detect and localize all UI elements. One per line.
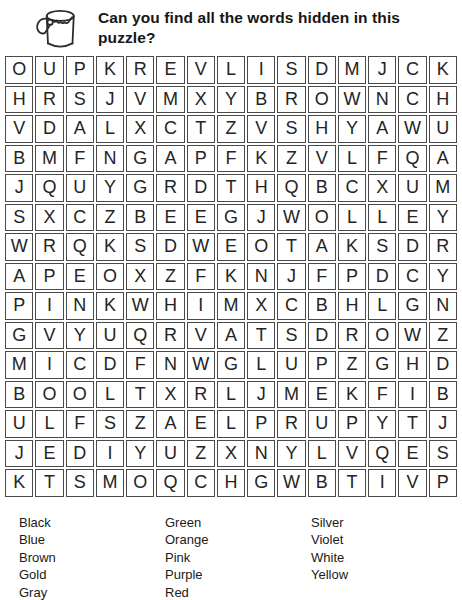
grid-cell-r2c10[interactable]: R — [277, 86, 305, 114]
grid-cell-r4c11[interactable]: V — [308, 145, 336, 173]
grid-cell-r7c12[interactable]: K — [338, 233, 366, 261]
grid-cell-r7c3[interactable]: Q — [66, 233, 94, 261]
grid-cell-r12c3[interactable]: O — [66, 381, 94, 409]
grid-cell-r2c4[interactable]: J — [96, 86, 124, 114]
grid-cell-r1c11[interactable]: D — [308, 56, 336, 84]
grid-cell-r11c3[interactable]: C — [66, 351, 94, 379]
grid-cell-r5c7[interactable]: D — [187, 174, 215, 202]
grid-cell-r10c5[interactable]: Q — [126, 322, 154, 350]
grid-cell-r3c11[interactable]: H — [308, 115, 336, 143]
grid-cell-r12c14[interactable]: I — [398, 381, 426, 409]
grid-cell-r3c10[interactable]: S — [277, 115, 305, 143]
grid-cell-r11c4[interactable]: D — [96, 351, 124, 379]
grid-cell-r12c4[interactable]: L — [96, 381, 124, 409]
grid-cell-r9c2[interactable]: I — [35, 292, 63, 320]
grid-cell-r6c1[interactable]: S — [5, 204, 33, 232]
grid-cell-r4c14[interactable]: Q — [398, 145, 426, 173]
grid-cell-r5c13[interactable]: X — [368, 174, 396, 202]
grid-cell-r15c2[interactable]: T — [35, 469, 63, 497]
grid-cell-r4c2[interactable]: M — [35, 145, 63, 173]
grid-cell-r8c11[interactable]: F — [308, 263, 336, 291]
grid-cell-r14c2[interactable]: E — [35, 440, 63, 468]
grid-cell-r13c2[interactable]: L — [35, 410, 63, 438]
grid-cell-r7c11[interactable]: A — [308, 233, 336, 261]
grid-cell-r4c15[interactable]: A — [429, 145, 457, 173]
grid-cell-r13c13[interactable]: Y — [368, 410, 396, 438]
grid-cell-r14c9[interactable]: N — [247, 440, 275, 468]
grid-cell-r7c6[interactable]: D — [156, 233, 184, 261]
grid-cell-r1c3[interactable]: P — [66, 56, 94, 84]
grid-cell-r4c1[interactable]: B — [5, 145, 33, 173]
grid-cell-r12c5[interactable]: T — [126, 381, 154, 409]
grid-cell-r1c10[interactable]: S — [277, 56, 305, 84]
grid-cell-r2c9[interactable]: B — [247, 86, 275, 114]
grid-cell-r3c3[interactable]: A — [66, 115, 94, 143]
word-item-green: Green — [165, 514, 311, 532]
grid-cell-r13c4[interactable]: S — [96, 410, 124, 438]
worksheet-page: Can you find all the words hidden in thi… — [0, 0, 462, 600]
word-list-column: BlackBlueBrownGoldGray — [19, 514, 165, 600]
grid-cell-r10c7[interactable]: V — [187, 322, 215, 350]
grid-cell-r8c3[interactable]: E — [66, 263, 94, 291]
grid-cell-r9c13[interactable]: L — [368, 292, 396, 320]
grid-cell-r8c8[interactable]: K — [217, 263, 245, 291]
word-item-purple: Purple — [165, 566, 311, 584]
grid-cell-r9c9[interactable]: X — [247, 292, 275, 320]
grid-cell-r7c13[interactable]: S — [368, 233, 396, 261]
word-item-gray: Gray — [19, 584, 165, 600]
grid-cell-r4c12[interactable]: L — [338, 145, 366, 173]
word-list-column: SilverVioletWhiteYellow — [311, 514, 348, 600]
grid-cell-r15c3[interactable]: S — [66, 469, 94, 497]
grid-cell-r15c15[interactable]: P — [429, 469, 457, 497]
grid-cell-r8c5[interactable]: X — [126, 263, 154, 291]
puzzle-title: Can you find all the words hidden in thi… — [98, 8, 430, 49]
grid-cell-r13c11[interactable]: U — [308, 410, 336, 438]
grid-cell-r15c12[interactable]: T — [338, 469, 366, 497]
grid-cell-r1c13[interactable]: J — [368, 56, 396, 84]
grid-cell-r1c7[interactable]: V — [187, 56, 215, 84]
grid-cell-r7c10[interactable]: T — [277, 233, 305, 261]
grid-cell-r5c11[interactable]: B — [308, 174, 336, 202]
grid-cell-r15c14[interactable]: V — [398, 469, 426, 497]
grid-cell-r15c7[interactable]: C — [187, 469, 215, 497]
grid-cell-r11c13[interactable]: G — [368, 351, 396, 379]
grid-cell-r14c6[interactable]: U — [156, 440, 184, 468]
grid-cell-r1c15[interactable]: K — [429, 56, 457, 84]
grid-cell-r1c4[interactable]: K — [96, 56, 124, 84]
grid-cell-r8c10[interactable]: J — [277, 263, 305, 291]
grid-cell-r8c9[interactable]: N — [247, 263, 275, 291]
grid-cell-r3c13[interactable]: A — [368, 115, 396, 143]
grid-cell-r6c10[interactable]: W — [277, 204, 305, 232]
grid-cell-r8c2[interactable]: P — [35, 263, 63, 291]
grid-cell-r6c11[interactable]: O — [308, 204, 336, 232]
grid-cell-r2c14[interactable]: C — [398, 86, 426, 114]
grid-cell-r1c5[interactable]: R — [126, 56, 154, 84]
grid-cell-r14c15[interactable]: S — [429, 440, 457, 468]
grid-cell-r13c12[interactable]: P — [338, 410, 366, 438]
grid-cell-r7c9[interactable]: O — [247, 233, 275, 261]
grid-cell-r9c14[interactable]: G — [398, 292, 426, 320]
grid-cell-r11c10[interactable]: U — [277, 351, 305, 379]
grid-cell-r10c11[interactable]: D — [308, 322, 336, 350]
grid-cell-r10c14[interactable]: W — [398, 322, 426, 350]
grid-cell-r8c12[interactable]: P — [338, 263, 366, 291]
grid-cell-r10c13[interactable]: O — [368, 322, 396, 350]
grid-cell-r5c6[interactable]: R — [156, 174, 184, 202]
grid-cell-r11c9[interactable]: L — [247, 351, 275, 379]
word-list: BlackBlueBrownGoldGrayGreenOrangePinkPur… — [19, 514, 462, 600]
grid-cell-r11c6[interactable]: N — [156, 351, 184, 379]
grid-cell-r3c4[interactable]: L — [96, 115, 124, 143]
grid-cell-r3c7[interactable]: T — [187, 115, 215, 143]
grid-cell-r10c9[interactable]: T — [247, 322, 275, 350]
grid-cell-r5c1[interactable]: J — [5, 174, 33, 202]
grid-cell-r12c6[interactable]: X — [156, 381, 184, 409]
grid-cell-r4c5[interactable]: G — [126, 145, 154, 173]
grid-cell-r6c8[interactable]: G — [217, 204, 245, 232]
grid-cell-r2c2[interactable]: R — [35, 86, 63, 114]
grid-cell-r6c2[interactable]: X — [35, 204, 63, 232]
grid-cell-r5c14[interactable]: U — [398, 174, 426, 202]
grid-cell-r14c14[interactable]: E — [398, 440, 426, 468]
grid-cell-r8c4[interactable]: O — [96, 263, 124, 291]
grid-cell-r9c8[interactable]: M — [217, 292, 245, 320]
grid-cell-r3c8[interactable]: Z — [217, 115, 245, 143]
grid-cell-r6c12[interactable]: L — [338, 204, 366, 232]
grid-cell-r5c4[interactable]: Y — [96, 174, 124, 202]
grid-cell-r10c10[interactable]: S — [277, 322, 305, 350]
word-item-violet: Violet — [311, 531, 348, 549]
grid-cell-r13c1[interactable]: U — [5, 410, 33, 438]
grid-cell-r6c5[interactable]: B — [126, 204, 154, 232]
grid-cell-r14c11[interactable]: L — [308, 440, 336, 468]
grid-cell-r12c1[interactable]: B — [5, 381, 33, 409]
word-list-column: GreenOrangePinkPurpleRed — [165, 514, 311, 600]
grid-cell-r1c1[interactable]: O — [5, 56, 33, 84]
grid-cell-r3c6[interactable]: C — [156, 115, 184, 143]
grid-cell-r5c8[interactable]: T — [217, 174, 245, 202]
grid-cell-r12c10[interactable]: M — [277, 381, 305, 409]
grid-cell-r10c12[interactable]: R — [338, 322, 366, 350]
paint-can-icon — [34, 5, 78, 53]
grid-cell-r9c5[interactable]: W — [126, 292, 154, 320]
grid-cell-r2c11[interactable]: O — [308, 86, 336, 114]
grid-cell-r8c15[interactable]: Y — [429, 263, 457, 291]
grid-cell-r9c4[interactable]: K — [96, 292, 124, 320]
grid-cell-r6c4[interactable]: Z — [96, 204, 124, 232]
grid-cell-r12c2[interactable]: O — [35, 381, 63, 409]
grid-cell-r10c6[interactable]: R — [156, 322, 184, 350]
grid-cell-r8c14[interactable]: C — [398, 263, 426, 291]
grid-cell-r15c13[interactable]: I — [368, 469, 396, 497]
grid-cell-r14c5[interactable]: Y — [126, 440, 154, 468]
grid-cell-r5c2[interactable]: Q — [35, 174, 63, 202]
grid-cell-r1c8[interactable]: L — [217, 56, 245, 84]
grid-cell-r15c5[interactable]: O — [126, 469, 154, 497]
grid-cell-r2c7[interactable]: X — [187, 86, 215, 114]
grid-cell-r7c15[interactable]: R — [429, 233, 457, 261]
grid-cell-r10c15[interactable]: Z — [429, 322, 457, 350]
grid-cell-r5c10[interactable]: Q — [277, 174, 305, 202]
grid-cell-r4c8[interactable]: F — [217, 145, 245, 173]
grid-cell-r13c14[interactable]: T — [398, 410, 426, 438]
word-search-grid: OUPKREVLISDMJCKHRSJVMXYBROWNCHVDALXCTZVS… — [5, 56, 457, 497]
grid-cell-r4c3[interactable]: F — [66, 145, 94, 173]
grid-cell-r6c14[interactable]: E — [398, 204, 426, 232]
grid-cell-r10c1[interactable]: G — [5, 322, 33, 350]
word-item-red: Red — [165, 584, 311, 600]
grid-cell-r9c6[interactable]: H — [156, 292, 184, 320]
grid-cell-r3c9[interactable]: V — [247, 115, 275, 143]
grid-cell-r12c8[interactable]: L — [217, 381, 245, 409]
word-item-black: Black — [19, 514, 165, 532]
grid-cell-r6c3[interactable]: C — [66, 204, 94, 232]
grid-cell-r11c11[interactable]: P — [308, 351, 336, 379]
grid-cell-r2c6[interactable]: M — [156, 86, 184, 114]
grid-cell-r12c15[interactable]: B — [429, 381, 457, 409]
grid-cell-r5c9[interactable]: H — [247, 174, 275, 202]
grid-cell-r13c10[interactable]: R — [277, 410, 305, 438]
grid-cell-r14c7[interactable]: Z — [187, 440, 215, 468]
grid-cell-r14c13[interactable]: Q — [368, 440, 396, 468]
grid-cell-r4c10[interactable]: Z — [277, 145, 305, 173]
word-item-pink: Pink — [165, 549, 311, 567]
word-item-orange: Orange — [165, 531, 311, 549]
grid-cell-r13c8[interactable]: L — [217, 410, 245, 438]
grid-cell-r6c9[interactable]: J — [247, 204, 275, 232]
word-item-blue: Blue — [19, 531, 165, 549]
grid-cell-r3c2[interactable]: D — [35, 115, 63, 143]
grid-cell-r11c8[interactable]: G — [217, 351, 245, 379]
grid-cell-r8c7[interactable]: F — [187, 263, 215, 291]
grid-cell-r3c12[interactable]: Y — [338, 115, 366, 143]
grid-cell-r12c12[interactable]: K — [338, 381, 366, 409]
grid-cell-r7c2[interactable]: R — [35, 233, 63, 261]
grid-cell-r3c1[interactable]: V — [5, 115, 33, 143]
grid-cell-r9c15[interactable]: N — [429, 292, 457, 320]
grid-cell-r3c5[interactable]: X — [126, 115, 154, 143]
grid-cell-r7c14[interactable]: D — [398, 233, 426, 261]
grid-cell-r1c14[interactable]: C — [398, 56, 426, 84]
grid-cell-r14c10[interactable]: Y — [277, 440, 305, 468]
grid-cell-r5c5[interactable]: G — [126, 174, 154, 202]
grid-cell-r14c4[interactable]: I — [96, 440, 124, 468]
word-item-white: White — [311, 549, 348, 567]
grid-cell-r11c12[interactable]: Z — [338, 351, 366, 379]
grid-cell-r12c9[interactable]: J — [247, 381, 275, 409]
grid-cell-r1c6[interactable]: E — [156, 56, 184, 84]
grid-cell-r2c1[interactable]: H — [5, 86, 33, 114]
grid-cell-r9c11[interactable]: B — [308, 292, 336, 320]
grid-cell-r13c15[interactable]: J — [429, 410, 457, 438]
grid-cell-r7c5[interactable]: S — [126, 233, 154, 261]
grid-cell-r10c3[interactable]: Y — [66, 322, 94, 350]
grid-cell-r5c3[interactable]: U — [66, 174, 94, 202]
grid-cell-r5c15[interactable]: M — [429, 174, 457, 202]
grid-cell-r2c3[interactable]: S — [66, 86, 94, 114]
grid-cell-r5c12[interactable]: C — [338, 174, 366, 202]
grid-cell-r14c8[interactable]: X — [217, 440, 245, 468]
grid-cell-r4c9[interactable]: K — [247, 145, 275, 173]
grid-cell-r9c3[interactable]: N — [66, 292, 94, 320]
header: Can you find all the words hidden in thi… — [0, 0, 462, 53]
grid-cell-r11c15[interactable]: D — [429, 351, 457, 379]
grid-cell-r11c5[interactable]: F — [126, 351, 154, 379]
grid-cell-r2c13[interactable]: N — [368, 86, 396, 114]
grid-cell-r12c7[interactable]: R — [187, 381, 215, 409]
grid-cell-r4c4[interactable]: N — [96, 145, 124, 173]
grid-cell-r6c6[interactable]: E — [156, 204, 184, 232]
grid-cell-r14c3[interactable]: D — [66, 440, 94, 468]
grid-cell-r15c1[interactable]: K — [5, 469, 33, 497]
grid-cell-r1c9[interactable]: I — [247, 56, 275, 84]
grid-cell-r10c2[interactable]: V — [35, 322, 63, 350]
grid-cell-r13c3[interactable]: F — [66, 410, 94, 438]
grid-cell-r9c7[interactable]: I — [187, 292, 215, 320]
word-item-gold: Gold — [19, 566, 165, 584]
grid-cell-r13c6[interactable]: A — [156, 410, 184, 438]
grid-cell-r15c10[interactable]: W — [277, 469, 305, 497]
grid-cell-r8c13[interactable]: D — [368, 263, 396, 291]
grid-cell-r4c13[interactable]: F — [368, 145, 396, 173]
grid-cell-r14c12[interactable]: V — [338, 440, 366, 468]
grid-cell-r9c12[interactable]: H — [338, 292, 366, 320]
word-item-silver: Silver — [311, 514, 348, 532]
grid-cell-r8c6[interactable]: Z — [156, 263, 184, 291]
grid-cell-r13c5[interactable]: Z — [126, 410, 154, 438]
grid-cell-r10c4[interactable]: U — [96, 322, 124, 350]
grid-cell-r9c10[interactable]: C — [277, 292, 305, 320]
word-item-brown: Brown — [19, 549, 165, 567]
grid-cell-r6c13[interactable]: L — [368, 204, 396, 232]
grid-cell-r15c4[interactable]: M — [96, 469, 124, 497]
grid-cell-r13c9[interactable]: P — [247, 410, 275, 438]
grid-cell-r14c1[interactable]: J — [5, 440, 33, 468]
grid-cell-r15c8[interactable]: H — [217, 469, 245, 497]
grid-cell-r3c15[interactable]: U — [429, 115, 457, 143]
grid-cell-r11c1[interactable]: M — [5, 351, 33, 379]
grid-cell-r8c1[interactable]: A — [5, 263, 33, 291]
grid-cell-r3c14[interactable]: W — [398, 115, 426, 143]
grid-cell-r2c12[interactable]: W — [338, 86, 366, 114]
grid-cell-r15c9[interactable]: G — [247, 469, 275, 497]
grid-cell-r7c1[interactable]: W — [5, 233, 33, 261]
grid-cell-r6c7[interactable]: E — [187, 204, 215, 232]
grid-cell-r2c8[interactable]: Y — [217, 86, 245, 114]
word-item-yellow: Yellow — [311, 566, 348, 584]
grid-cell-r10c8[interactable]: A — [217, 322, 245, 350]
grid-cell-r4c6[interactable]: A — [156, 145, 184, 173]
grid-cell-r9c1[interactable]: P — [5, 292, 33, 320]
grid-cell-r1c2[interactable]: U — [35, 56, 63, 84]
grid-cell-r15c11[interactable]: B — [308, 469, 336, 497]
grid-cell-r4c7[interactable]: P — [187, 145, 215, 173]
grid-cell-r11c2[interactable]: I — [35, 351, 63, 379]
grid-cell-r13c7[interactable]: E — [187, 410, 215, 438]
grid-cell-r12c13[interactable]: F — [368, 381, 396, 409]
grid-cell-r2c5[interactable]: V — [126, 86, 154, 114]
grid-cell-r11c14[interactable]: H — [398, 351, 426, 379]
grid-cell-r7c4[interactable]: K — [96, 233, 124, 261]
grid-cell-r11c7[interactable]: W — [187, 351, 215, 379]
grid-cell-r1c12[interactable]: M — [338, 56, 366, 84]
grid-cell-r7c8[interactable]: E — [217, 233, 245, 261]
grid-cell-r2c15[interactable]: H — [429, 86, 457, 114]
grid-cell-r7c7[interactable]: W — [187, 233, 215, 261]
grid-cell-r15c6[interactable]: Q — [156, 469, 184, 497]
grid-cell-r6c15[interactable]: Y — [429, 204, 457, 232]
grid-cell-r12c11[interactable]: E — [308, 381, 336, 409]
